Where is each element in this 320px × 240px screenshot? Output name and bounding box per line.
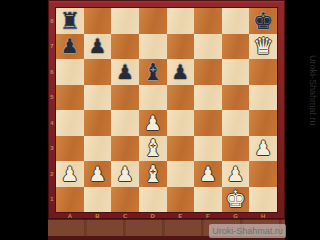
rank-label-7: 7 xyxy=(48,34,56,60)
piece-white-pawn-c2: ♟ xyxy=(111,161,139,187)
square-h1 xyxy=(249,187,277,213)
piece-white-pawn-f2: ♟ xyxy=(194,161,222,187)
square-a8: ♜ xyxy=(56,8,84,34)
square-g3 xyxy=(222,136,250,162)
square-e7 xyxy=(167,34,195,60)
rank-label-3: 3 xyxy=(48,136,56,162)
file-label-f: F xyxy=(194,212,222,219)
piece-black-pawn-e6: ♟ xyxy=(167,59,195,85)
square-d7 xyxy=(139,34,167,60)
square-d4: ♟ xyxy=(139,110,167,136)
square-h8: ♚ xyxy=(249,8,277,34)
square-h7: ♛ xyxy=(249,34,277,60)
square-a3 xyxy=(56,136,84,162)
square-c4 xyxy=(111,110,139,136)
square-f8 xyxy=(194,8,222,34)
watermark-badge: Uroki-Shahmat.ru xyxy=(209,224,286,238)
watermark-text: Uroki-Shahmat.ru xyxy=(212,226,283,236)
square-a5 xyxy=(56,85,84,111)
file-labels: ABCDEFGH xyxy=(56,212,277,219)
square-h5 xyxy=(249,85,277,111)
piece-black-pawn-c6: ♟ xyxy=(111,59,139,85)
watermark-vertical: Uroki-Shahmat.ru xyxy=(306,55,318,195)
square-a6 xyxy=(56,59,84,85)
piece-white-pawn-b2: ♟ xyxy=(84,161,112,187)
square-h6 xyxy=(249,59,277,85)
file-label-b: B xyxy=(84,212,112,219)
square-b5 xyxy=(84,85,112,111)
square-a4 xyxy=(56,110,84,136)
rank-label-2: 2 xyxy=(48,161,56,187)
square-f4 xyxy=(194,110,222,136)
square-g7 xyxy=(222,34,250,60)
square-f7 xyxy=(194,34,222,60)
piece-white-pawn-d4: ♟ xyxy=(139,110,167,136)
square-c8 xyxy=(111,8,139,34)
rank-labels: 87654321 xyxy=(48,8,56,212)
chessboard-frame: 87654321 ♜♚♟♟♛♟♝♟♟♝♟♟♟♟♝♟♟♚ ABCDEFGH xyxy=(48,0,285,219)
square-c6: ♟ xyxy=(111,59,139,85)
square-h4 xyxy=(249,110,277,136)
piece-black-pawn-b7: ♟ xyxy=(84,34,112,60)
square-b6 xyxy=(84,59,112,85)
square-c7 xyxy=(111,34,139,60)
rank-label-1: 1 xyxy=(48,187,56,213)
square-c3 xyxy=(111,136,139,162)
square-f5 xyxy=(194,85,222,111)
file-label-e: E xyxy=(167,212,195,219)
piece-white-bishop-d2: ♝ xyxy=(139,161,167,187)
piece-black-rook-a8: ♜ xyxy=(56,8,84,34)
square-b7: ♟ xyxy=(84,34,112,60)
square-b2: ♟ xyxy=(84,161,112,187)
rank-label-5: 5 xyxy=(48,85,56,111)
screenshot: 87654321 ♜♚♟♟♛♟♝♟♟♝♟♟♟♟♝♟♟♚ ABCDEFGH Uro… xyxy=(0,0,320,240)
square-f1 xyxy=(194,187,222,213)
piece-white-bishop-d3: ♝ xyxy=(139,136,167,162)
square-b4 xyxy=(84,110,112,136)
square-a1 xyxy=(56,187,84,213)
piece-white-queen-h7: ♛ xyxy=(249,34,277,60)
piece-black-bishop-d6: ♝ xyxy=(139,59,167,85)
square-d6: ♝ xyxy=(139,59,167,85)
piece-white-pawn-a2: ♟ xyxy=(56,161,84,187)
letterbox-left xyxy=(0,0,48,240)
square-b8 xyxy=(84,8,112,34)
square-g4 xyxy=(222,110,250,136)
square-b3 xyxy=(84,136,112,162)
file-label-a: A xyxy=(56,212,84,219)
square-g2: ♟ xyxy=(222,161,250,187)
square-e1 xyxy=(167,187,195,213)
rank-label-6: 6 xyxy=(48,59,56,85)
square-b1 xyxy=(84,187,112,213)
square-d1 xyxy=(139,187,167,213)
file-label-d: D xyxy=(139,212,167,219)
square-d5 xyxy=(139,85,167,111)
square-f6 xyxy=(194,59,222,85)
square-e6: ♟ xyxy=(167,59,195,85)
square-h2 xyxy=(249,161,277,187)
square-f2: ♟ xyxy=(194,161,222,187)
square-a7: ♟ xyxy=(56,34,84,60)
file-label-h: H xyxy=(249,212,277,219)
piece-white-king-g1: ♚ xyxy=(222,187,250,213)
square-g6 xyxy=(222,59,250,85)
square-e4 xyxy=(167,110,195,136)
square-h3: ♟ xyxy=(249,136,277,162)
square-d8 xyxy=(139,8,167,34)
square-e3 xyxy=(167,136,195,162)
file-label-c: C xyxy=(111,212,139,219)
piece-black-king-h8: ♚ xyxy=(249,8,277,34)
square-g5 xyxy=(222,85,250,111)
square-c2: ♟ xyxy=(111,161,139,187)
square-d2: ♝ xyxy=(139,161,167,187)
rank-label-4: 4 xyxy=(48,110,56,136)
board-squares: ♜♚♟♟♛♟♝♟♟♝♟♟♟♟♝♟♟♚ xyxy=(56,8,277,212)
piece-white-pawn-g2: ♟ xyxy=(222,161,250,187)
file-label-g: G xyxy=(222,212,250,219)
piece-black-pawn-a7: ♟ xyxy=(56,34,84,60)
square-e8 xyxy=(167,8,195,34)
square-e5 xyxy=(167,85,195,111)
square-d3: ♝ xyxy=(139,136,167,162)
square-g1: ♚ xyxy=(222,187,250,213)
square-a2: ♟ xyxy=(56,161,84,187)
square-g8 xyxy=(222,8,250,34)
square-f3 xyxy=(194,136,222,162)
square-e2 xyxy=(167,161,195,187)
piece-white-pawn-h3: ♟ xyxy=(249,136,277,162)
rank-label-8: 8 xyxy=(48,8,56,34)
square-c1 xyxy=(111,187,139,213)
square-c5 xyxy=(111,85,139,111)
